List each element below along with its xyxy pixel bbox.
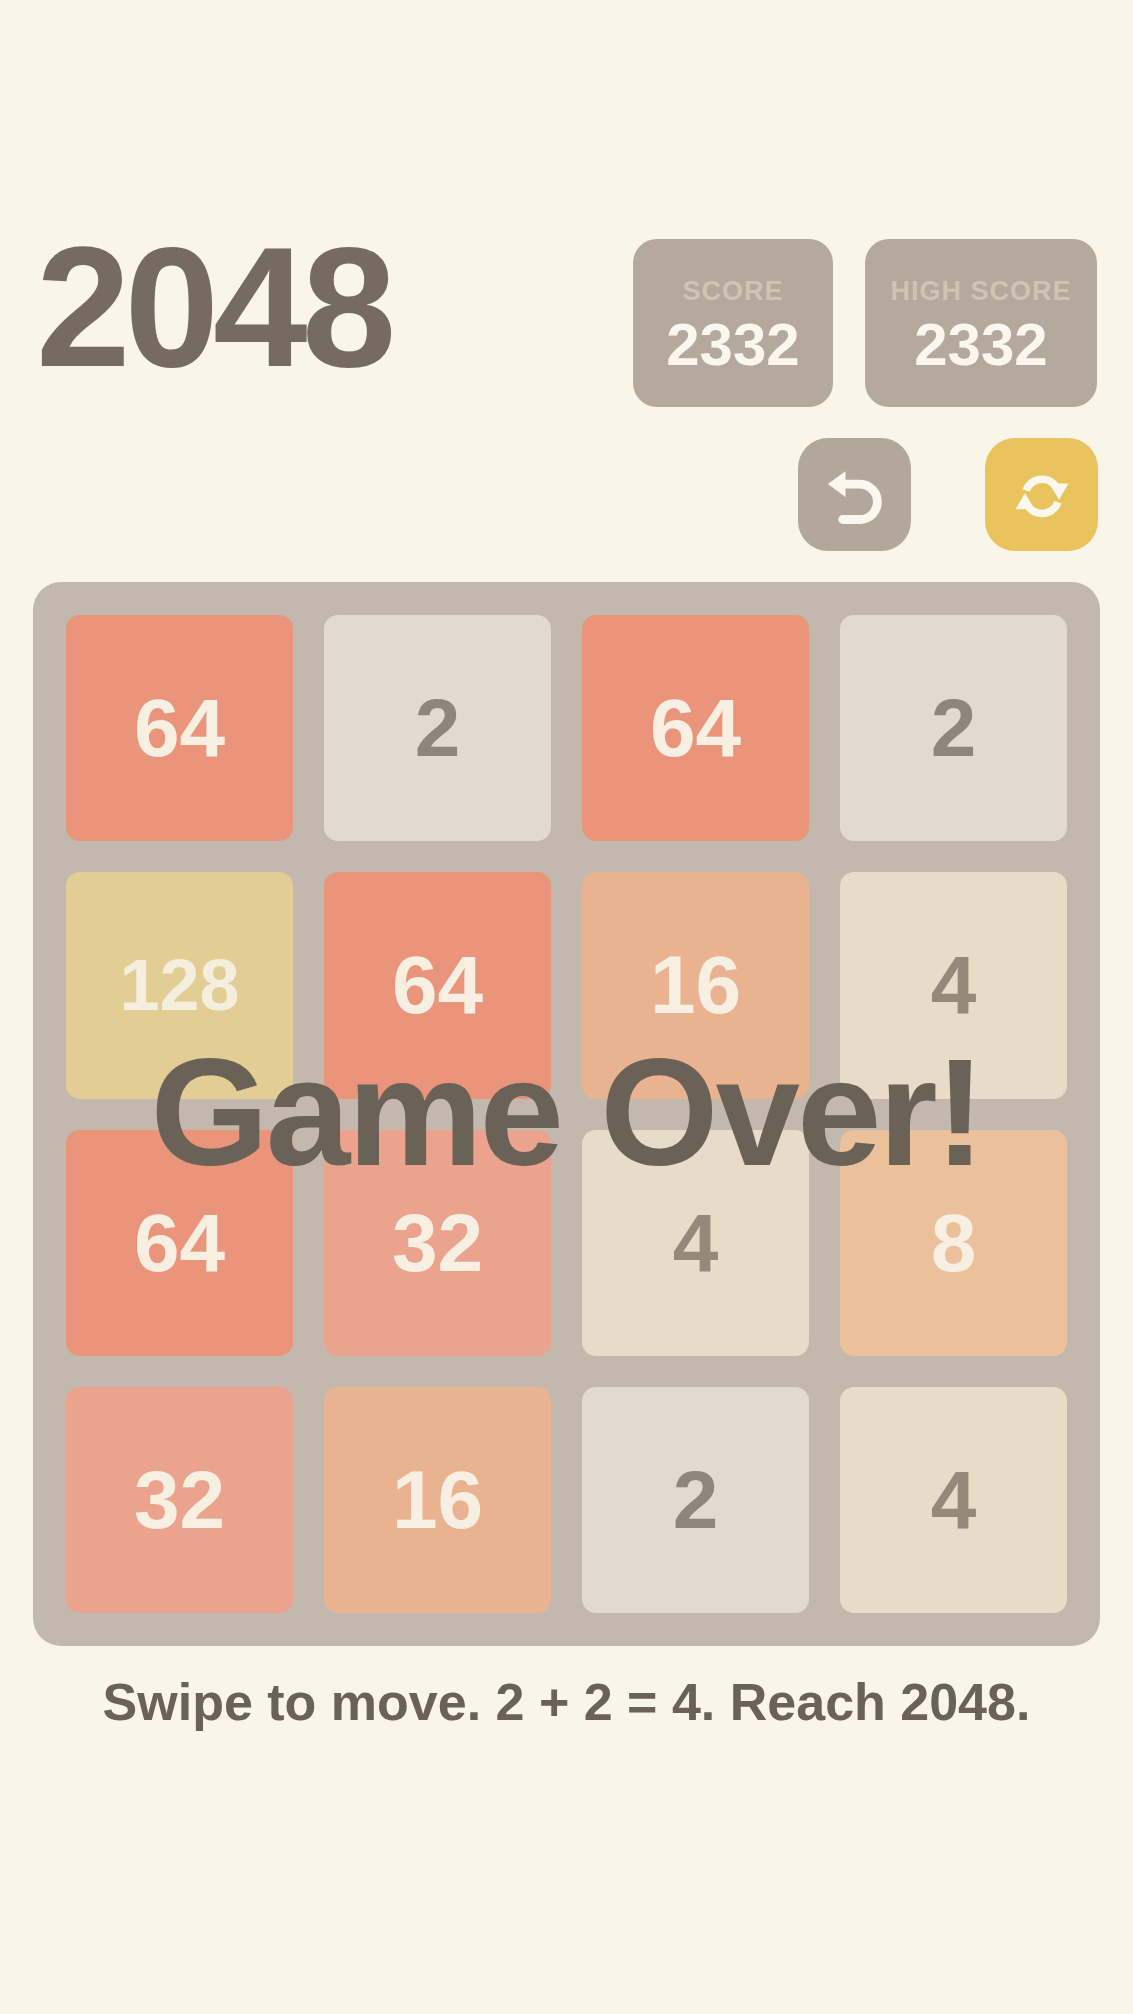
score-box: SCORE 2332 xyxy=(633,239,833,407)
undo-icon xyxy=(821,461,889,529)
tile-4: 4 xyxy=(582,1130,809,1356)
high-score-box: HIGH SCORE 2332 xyxy=(865,239,1097,407)
tile-2: 2 xyxy=(840,615,1067,841)
app-title: 2048 xyxy=(36,222,390,392)
tile-64: 64 xyxy=(66,1130,293,1356)
tile-2: 2 xyxy=(324,615,551,841)
tile-64: 64 xyxy=(66,615,293,841)
game-board[interactable]: 64264212864164643248321624 xyxy=(33,582,1100,1646)
refresh-icon xyxy=(1008,461,1076,529)
tile-32: 32 xyxy=(66,1387,293,1613)
tile-32: 32 xyxy=(324,1130,551,1356)
tile-64: 64 xyxy=(324,872,551,1098)
tile-16: 16 xyxy=(324,1387,551,1613)
tile-2: 2 xyxy=(582,1387,809,1613)
undo-button[interactable] xyxy=(798,438,911,551)
instructions-text: Swipe to move. 2 + 2 = 4. Reach 2048. xyxy=(0,1672,1133,1732)
tile-8: 8 xyxy=(840,1130,1067,1356)
tile-4: 4 xyxy=(840,872,1067,1098)
tile-64: 64 xyxy=(582,615,809,841)
tile-128: 128 xyxy=(66,872,293,1098)
app: 2048 SCORE 2332 HIGH SCORE 2332 64264212… xyxy=(0,0,1133,2014)
new-game-button[interactable] xyxy=(985,438,1098,551)
score-label: SCORE xyxy=(682,276,783,307)
tile-grid: 64264212864164643248321624 xyxy=(33,582,1100,1646)
tile-4: 4 xyxy=(840,1387,1067,1613)
high-score-label: HIGH SCORE xyxy=(890,276,1071,307)
tile-16: 16 xyxy=(582,872,809,1098)
high-score-value: 2332 xyxy=(914,315,1047,375)
score-value: 2332 xyxy=(666,315,799,375)
